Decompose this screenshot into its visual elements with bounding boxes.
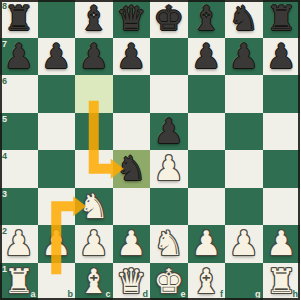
white-queen[interactable]: ♛	[113, 263, 151, 300]
square-e6[interactable]	[150, 75, 188, 113]
white-pawn[interactable]: ♟	[150, 150, 188, 188]
black-pawn[interactable]: ♟	[0, 38, 38, 76]
file-label-g: g	[255, 290, 261, 299]
square-b5[interactable]	[38, 113, 76, 151]
chess-board[interactable]: 8♜♝♛♚♝♞♜7♟♟♟♟♟♟♟65♟4♞♟3♞2♟♟♟♟♞♟♟♟1a♜bc♝d…	[0, 0, 300, 300]
square-h5[interactable]	[263, 113, 301, 151]
square-c4[interactable]	[75, 150, 113, 188]
black-pawn[interactable]: ♟	[150, 113, 188, 151]
square-f1[interactable]: f♝	[188, 263, 226, 300]
white-pawn[interactable]: ♟	[263, 225, 301, 263]
square-h6[interactable]	[263, 75, 301, 113]
square-c1[interactable]: c♝	[75, 263, 113, 300]
white-pawn[interactable]: ♟	[188, 225, 226, 263]
square-f7[interactable]: ♟	[188, 38, 226, 76]
square-e8[interactable]: ♚	[150, 0, 188, 38]
square-c5[interactable]	[75, 113, 113, 151]
square-a7[interactable]: 7♟	[0, 38, 38, 76]
black-pawn[interactable]: ♟	[225, 38, 263, 76]
square-e3[interactable]	[150, 188, 188, 226]
black-pawn[interactable]: ♟	[38, 38, 76, 76]
square-h4[interactable]	[263, 150, 301, 188]
rank-label-5: 5	[2, 115, 7, 124]
black-bishop[interactable]: ♝	[75, 0, 113, 38]
square-d2[interactable]: ♟	[113, 225, 151, 263]
square-g8[interactable]: ♞	[225, 0, 263, 38]
square-a8[interactable]: 8♜	[0, 0, 38, 38]
square-a2[interactable]: 2♟	[0, 225, 38, 263]
square-g6[interactable]	[225, 75, 263, 113]
square-a3[interactable]: 3	[0, 188, 38, 226]
square-c8[interactable]: ♝	[75, 0, 113, 38]
square-b4[interactable]	[38, 150, 76, 188]
white-rook[interactable]: ♜	[263, 263, 301, 300]
square-f5[interactable]	[188, 113, 226, 151]
square-g1[interactable]: g	[225, 263, 263, 300]
square-f4[interactable]	[188, 150, 226, 188]
square-f3[interactable]	[188, 188, 226, 226]
square-b8[interactable]	[38, 0, 76, 38]
square-h8[interactable]: ♜	[263, 0, 301, 38]
black-pawn[interactable]: ♟	[263, 38, 301, 76]
black-pawn[interactable]: ♟	[75, 38, 113, 76]
square-d3[interactable]	[113, 188, 151, 226]
square-b3[interactable]	[38, 188, 76, 226]
square-a4[interactable]: 4	[0, 150, 38, 188]
white-bishop[interactable]: ♝	[75, 263, 113, 300]
square-h7[interactable]: ♟	[263, 38, 301, 76]
square-g4[interactable]	[225, 150, 263, 188]
square-h3[interactable]	[263, 188, 301, 226]
white-pawn[interactable]: ♟	[0, 225, 38, 263]
white-pawn[interactable]: ♟	[225, 225, 263, 263]
square-e4[interactable]: ♟	[150, 150, 188, 188]
white-bishop[interactable]: ♝	[188, 263, 226, 300]
white-pawn[interactable]: ♟	[38, 225, 76, 263]
black-knight[interactable]: ♞	[113, 150, 151, 188]
white-knight[interactable]: ♞	[150, 225, 188, 263]
white-pawn[interactable]: ♟	[113, 225, 151, 263]
rank-label-4: 4	[2, 152, 7, 161]
square-f2[interactable]: ♟	[188, 225, 226, 263]
black-queen[interactable]: ♛	[113, 0, 151, 38]
square-d4[interactable]: ♞	[113, 150, 151, 188]
square-f8[interactable]: ♝	[188, 0, 226, 38]
square-d7[interactable]: ♟	[113, 38, 151, 76]
rank-label-3: 3	[2, 190, 7, 199]
square-e1[interactable]: e♚	[150, 263, 188, 300]
rank-label-6: 6	[2, 77, 7, 86]
square-h1[interactable]: h♜	[263, 263, 301, 300]
square-d5[interactable]	[113, 113, 151, 151]
square-c7[interactable]: ♟	[75, 38, 113, 76]
square-e7[interactable]	[150, 38, 188, 76]
black-rook[interactable]: ♜	[0, 0, 38, 38]
square-h2[interactable]: ♟	[263, 225, 301, 263]
black-bishop[interactable]: ♝	[188, 0, 226, 38]
black-pawn[interactable]: ♟	[113, 38, 151, 76]
square-c6[interactable]	[75, 75, 113, 113]
square-d8[interactable]: ♛	[113, 0, 151, 38]
black-pawn[interactable]: ♟	[188, 38, 226, 76]
square-a5[interactable]: 5	[0, 113, 38, 151]
white-rook[interactable]: ♜	[0, 263, 38, 300]
square-a6[interactable]: 6	[0, 75, 38, 113]
file-label-b: b	[68, 290, 74, 299]
square-d6[interactable]	[113, 75, 151, 113]
white-pawn[interactable]: ♟	[75, 225, 113, 263]
board-wrap: 8♜♝♛♚♝♞♜7♟♟♟♟♟♟♟65♟4♞♟3♞2♟♟♟♟♞♟♟♟1a♜bc♝d…	[0, 0, 300, 300]
square-g2[interactable]: ♟	[225, 225, 263, 263]
square-b1[interactable]: b	[38, 263, 76, 300]
square-b2[interactable]: ♟	[38, 225, 76, 263]
square-a1[interactable]: 1a♜	[0, 263, 38, 300]
square-g5[interactable]	[225, 113, 263, 151]
black-king[interactable]: ♚	[150, 0, 188, 38]
square-b7[interactable]: ♟	[38, 38, 76, 76]
white-king[interactable]: ♚	[150, 263, 188, 300]
black-knight[interactable]: ♞	[225, 0, 263, 38]
square-c3[interactable]: ♞	[75, 188, 113, 226]
square-c2[interactable]: ♟	[75, 225, 113, 263]
white-knight[interactable]: ♞	[75, 188, 113, 226]
square-d1[interactable]: d♛	[113, 263, 151, 300]
square-g3[interactable]	[225, 188, 263, 226]
square-e2[interactable]: ♞	[150, 225, 188, 263]
square-g7[interactable]: ♟	[225, 38, 263, 76]
black-rook[interactable]: ♜	[263, 0, 301, 38]
square-f6[interactable]	[188, 75, 226, 113]
square-e5[interactable]: ♟	[150, 113, 188, 151]
square-b6[interactable]	[38, 75, 76, 113]
